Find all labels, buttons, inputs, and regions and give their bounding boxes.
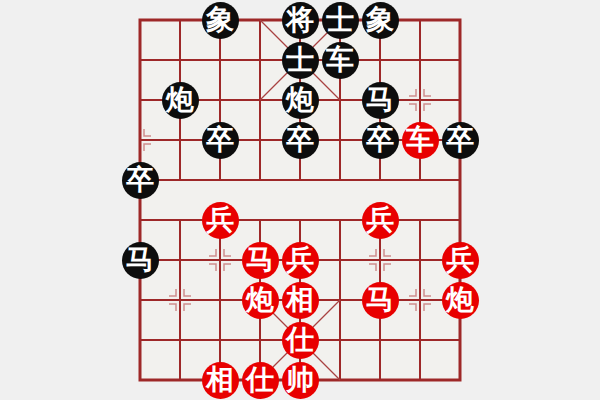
piece-grid: 象将士象士车炮炮马卒卒卒车卒卒兵兵马马兵兵炮相马炮仕相仕帅 — [120, 0, 480, 400]
piece-red-soldier[interactable]: 兵 — [282, 242, 319, 279]
piece-black-cannon[interactable]: 炮 — [282, 82, 319, 119]
piece-red-soldier[interactable]: 兵 — [442, 242, 479, 279]
piece-red-cannon[interactable]: 炮 — [442, 282, 479, 319]
piece-black-chariot[interactable]: 车 — [322, 42, 359, 79]
piece-red-advisor[interactable]: 仕 — [282, 322, 319, 359]
piece-black-soldier[interactable]: 卒 — [202, 122, 239, 159]
piece-red-general[interactable]: 帅 — [282, 362, 319, 399]
piece-black-soldier[interactable]: 卒 — [362, 122, 399, 159]
piece-red-chariot[interactable]: 车 — [402, 122, 439, 159]
piece-red-soldier[interactable]: 兵 — [362, 202, 399, 239]
piece-black-elephant[interactable]: 象 — [202, 2, 239, 39]
piece-red-advisor[interactable]: 仕 — [242, 362, 279, 399]
piece-black-advisor[interactable]: 士 — [282, 42, 319, 79]
piece-black-soldier[interactable]: 卒 — [442, 122, 479, 159]
piece-black-cannon[interactable]: 炮 — [162, 82, 199, 119]
piece-black-soldier[interactable]: 卒 — [282, 122, 319, 159]
piece-black-horse[interactable]: 马 — [362, 82, 399, 119]
piece-black-advisor[interactable]: 士 — [322, 2, 359, 39]
piece-red-elephant[interactable]: 相 — [202, 362, 239, 399]
piece-red-soldier[interactable]: 兵 — [202, 202, 239, 239]
piece-black-soldier[interactable]: 卒 — [122, 162, 159, 199]
piece-red-horse[interactable]: 马 — [242, 242, 279, 279]
piece-black-elephant[interactable]: 象 — [362, 2, 399, 39]
piece-black-general[interactable]: 将 — [282, 2, 319, 39]
piece-red-horse[interactable]: 马 — [362, 282, 399, 319]
piece-black-horse[interactable]: 马 — [122, 242, 159, 279]
xiangqi-board: 象将士象士车炮炮马卒卒卒车卒卒兵兵马马兵兵炮相马炮仕相仕帅 — [0, 0, 600, 400]
piece-red-cannon[interactable]: 炮 — [242, 282, 279, 319]
piece-red-elephant[interactable]: 相 — [282, 282, 319, 319]
